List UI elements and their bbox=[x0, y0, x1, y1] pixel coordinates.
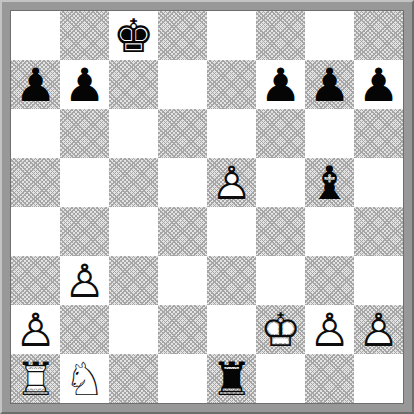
square-e2[interactable] bbox=[207, 305, 256, 354]
square-g2[interactable]: ♟♙ bbox=[305, 305, 354, 354]
chess-board: ♚♟♟♟♟♟♟♙♝♟♙♟♙♚♔♟♙♟♙♜♖♞♘♜ bbox=[10, 10, 404, 404]
square-g1[interactable] bbox=[305, 354, 354, 403]
square-b3[interactable]: ♟♙ bbox=[60, 256, 109, 305]
square-f8[interactable] bbox=[256, 11, 305, 60]
square-e5[interactable]: ♟♙ bbox=[207, 158, 256, 207]
white-knight-piece: ♞♘ bbox=[64, 356, 105, 402]
square-a7[interactable]: ♟ bbox=[11, 60, 60, 109]
white-king-piece: ♚♔ bbox=[260, 307, 301, 353]
square-b4[interactable] bbox=[60, 207, 109, 256]
square-h2[interactable]: ♟♙ bbox=[354, 305, 403, 354]
white-pawn-piece: ♟♙ bbox=[309, 307, 350, 353]
square-d4[interactable] bbox=[158, 207, 207, 256]
square-h5[interactable] bbox=[354, 158, 403, 207]
square-f1[interactable] bbox=[256, 354, 305, 403]
square-h4[interactable] bbox=[354, 207, 403, 256]
square-c6[interactable] bbox=[109, 109, 158, 158]
black-bishop-piece: ♝ bbox=[309, 160, 350, 206]
black-pawn-piece: ♟ bbox=[358, 62, 399, 108]
square-c8[interactable]: ♚ bbox=[109, 11, 158, 60]
black-pawn-piece: ♟ bbox=[64, 62, 105, 108]
board-frame: ♚♟♟♟♟♟♟♙♝♟♙♟♙♚♔♟♙♟♙♜♖♞♘♜ bbox=[0, 0, 414, 414]
square-b6[interactable] bbox=[60, 109, 109, 158]
square-f2[interactable]: ♚♔ bbox=[256, 305, 305, 354]
white-pawn-piece: ♟♙ bbox=[15, 307, 56, 353]
square-d6[interactable] bbox=[158, 109, 207, 158]
square-b2[interactable] bbox=[60, 305, 109, 354]
black-king-piece: ♚ bbox=[113, 13, 154, 59]
square-f7[interactable]: ♟ bbox=[256, 60, 305, 109]
square-c3[interactable] bbox=[109, 256, 158, 305]
square-e4[interactable] bbox=[207, 207, 256, 256]
square-d2[interactable] bbox=[158, 305, 207, 354]
square-b8[interactable] bbox=[60, 11, 109, 60]
white-pawn-piece: ♟♙ bbox=[211, 160, 252, 206]
square-f6[interactable] bbox=[256, 109, 305, 158]
square-a3[interactable] bbox=[11, 256, 60, 305]
square-d7[interactable] bbox=[158, 60, 207, 109]
square-g3[interactable] bbox=[305, 256, 354, 305]
square-d1[interactable] bbox=[158, 354, 207, 403]
square-g8[interactable] bbox=[305, 11, 354, 60]
black-pawn-piece: ♟ bbox=[260, 62, 301, 108]
square-e8[interactable] bbox=[207, 11, 256, 60]
square-c1[interactable] bbox=[109, 354, 158, 403]
square-a4[interactable] bbox=[11, 207, 60, 256]
white-pawn-piece: ♟♙ bbox=[358, 307, 399, 353]
square-a1[interactable]: ♜♖ bbox=[11, 354, 60, 403]
square-g6[interactable] bbox=[305, 109, 354, 158]
square-b7[interactable]: ♟ bbox=[60, 60, 109, 109]
square-f4[interactable] bbox=[256, 207, 305, 256]
black-pawn-piece: ♟ bbox=[309, 62, 350, 108]
black-pawn-piece: ♟ bbox=[15, 62, 56, 108]
black-rook-piece: ♜ bbox=[211, 356, 252, 402]
square-c2[interactable] bbox=[109, 305, 158, 354]
square-a5[interactable] bbox=[11, 158, 60, 207]
square-g5[interactable]: ♝ bbox=[305, 158, 354, 207]
square-h6[interactable] bbox=[354, 109, 403, 158]
square-f3[interactable] bbox=[256, 256, 305, 305]
square-d5[interactable] bbox=[158, 158, 207, 207]
square-e1[interactable]: ♜ bbox=[207, 354, 256, 403]
square-b5[interactable] bbox=[60, 158, 109, 207]
square-e7[interactable] bbox=[207, 60, 256, 109]
square-h8[interactable] bbox=[354, 11, 403, 60]
square-e3[interactable] bbox=[207, 256, 256, 305]
square-h7[interactable]: ♟ bbox=[354, 60, 403, 109]
square-c7[interactable] bbox=[109, 60, 158, 109]
square-c5[interactable] bbox=[109, 158, 158, 207]
white-rook-piece: ♜♖ bbox=[15, 356, 56, 402]
square-d3[interactable] bbox=[158, 256, 207, 305]
square-g4[interactable] bbox=[305, 207, 354, 256]
square-f5[interactable] bbox=[256, 158, 305, 207]
square-g7[interactable]: ♟ bbox=[305, 60, 354, 109]
square-a2[interactable]: ♟♙ bbox=[11, 305, 60, 354]
square-h1[interactable] bbox=[354, 354, 403, 403]
square-b1[interactable]: ♞♘ bbox=[60, 354, 109, 403]
square-e6[interactable] bbox=[207, 109, 256, 158]
square-d8[interactable] bbox=[158, 11, 207, 60]
white-pawn-piece: ♟♙ bbox=[64, 258, 105, 304]
square-h3[interactable] bbox=[354, 256, 403, 305]
square-a6[interactable] bbox=[11, 109, 60, 158]
square-a8[interactable] bbox=[11, 11, 60, 60]
square-c4[interactable] bbox=[109, 207, 158, 256]
